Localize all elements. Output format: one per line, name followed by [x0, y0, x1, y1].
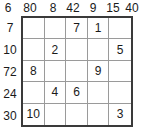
column-product-label-4: 9 — [90, 1, 97, 15]
grid-cell-r2c5[interactable]: 5 — [109, 39, 131, 60]
row-product-label-4: 24 — [0, 86, 20, 102]
puzzle-screen: 6 80 8 42 9 15 40 7 10 72 24 30 7 1 2 5 … — [0, 0, 150, 129]
grid-cell-r1c4[interactable]: 1 — [88, 18, 110, 39]
row-product-label-1: 7 — [0, 20, 20, 36]
grid-cell-r1c2[interactable] — [45, 18, 67, 39]
grid-cell-r3c4[interactable]: 9 — [88, 61, 110, 82]
grid-cell-r1c1[interactable] — [23, 18, 45, 39]
grid-cell-r2c2[interactable]: 2 — [45, 39, 67, 60]
grid-cell-r2c4[interactable] — [88, 39, 110, 60]
grid-cell-r4c3[interactable]: 6 — [66, 82, 88, 103]
row-product-label-3: 72 — [0, 64, 20, 80]
column-product-label-5: 15 — [106, 1, 119, 15]
row-product-label-2: 10 — [0, 42, 20, 58]
grid-cell-r4c2[interactable]: 4 — [45, 82, 67, 103]
diagonal-up-product-label: 40 — [125, 1, 138, 15]
column-product-label-3: 42 — [66, 1, 79, 15]
grid-cell-r5c4[interactable] — [88, 104, 110, 125]
grid-cell-r3c5[interactable] — [109, 61, 131, 82]
grid-cell-r4c4[interactable] — [88, 82, 110, 103]
column-product-label-2: 8 — [50, 1, 57, 15]
grid-cell-r3c2[interactable] — [45, 61, 67, 82]
grid-cell-r5c3[interactable] — [66, 104, 88, 125]
column-product-label-1: 80 — [23, 1, 36, 15]
grid-cell-r5c1[interactable]: 10 — [23, 104, 45, 125]
grid-cell-r1c5[interactable] — [109, 18, 131, 39]
grid-cell-r5c2[interactable] — [45, 104, 67, 125]
grid-cell-r4c1[interactable] — [23, 82, 45, 103]
row-product-label-5: 30 — [0, 108, 20, 124]
puzzle-grid: 7 1 2 5 8 9 4 6 10 3 — [21, 16, 133, 127]
grid-cell-r2c3[interactable] — [66, 39, 88, 60]
grid-cell-r3c1[interactable]: 8 — [23, 61, 45, 82]
grid-cell-r3c3[interactable] — [66, 61, 88, 82]
grid-cell-r2c1[interactable] — [23, 39, 45, 60]
grid-cell-r1c3[interactable]: 7 — [66, 18, 88, 39]
diagonal-down-product-label: 6 — [5, 1, 12, 15]
grid-cell-r4c5[interactable] — [109, 82, 131, 103]
grid-cell-r5c5[interactable]: 3 — [109, 104, 131, 125]
